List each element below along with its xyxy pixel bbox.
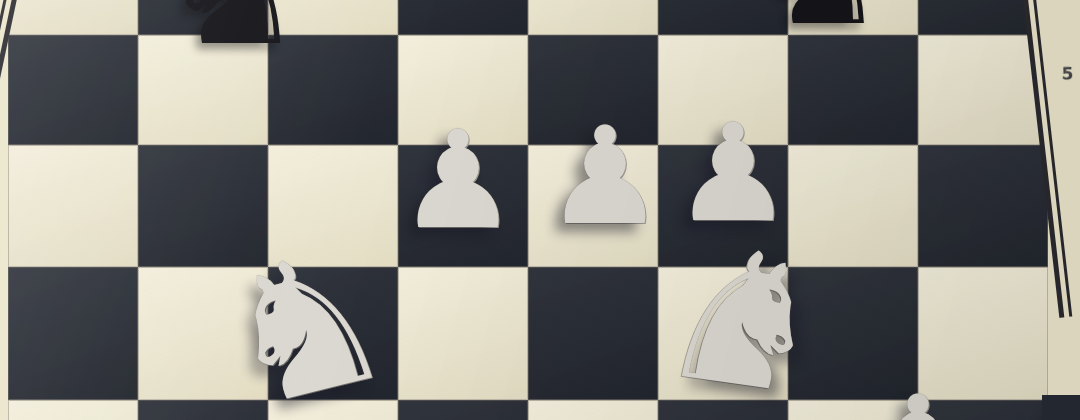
piece-white-pawn-g2[interactable]: ♟	[857, 378, 978, 420]
piece-black-unknown-cut-off-g6[interactable]: ♞	[754, 0, 888, 46]
square-f3[interactable]: ♞	[658, 267, 788, 400]
white-knight-glyph: ♞	[648, 217, 838, 420]
square-e2[interactable]	[528, 400, 658, 420]
square-h4[interactable]	[918, 145, 1048, 267]
square-a3[interactable]	[8, 267, 138, 400]
piece-white-pawn-e4[interactable]: ♟	[544, 109, 665, 244]
square-d3[interactable]	[398, 267, 528, 400]
white-knight-glyph: ♞	[202, 219, 408, 420]
piece-white-knight-c3[interactable]: ♞	[222, 236, 388, 420]
square-e3[interactable]	[528, 267, 658, 400]
square-a4[interactable]	[8, 145, 138, 267]
white-pawn-glyph: ♟	[544, 109, 665, 244]
square-a5[interactable]	[8, 35, 138, 145]
black-unknown-cut-off-glyph: ♞	[159, 0, 307, 69]
square-a6[interactable]	[8, 0, 138, 35]
chessboard-photo: ♞♞♟♟♟♞♞♟♟ 5	[0, 0, 1080, 420]
square-b6[interactable]: ♞	[138, 0, 268, 35]
piece-black-unknown-cut-off-b6[interactable]: ♞	[159, 0, 307, 69]
piece-white-knight-f3[interactable]: ♞	[660, 228, 826, 413]
black-unknown-cut-off-glyph: ♞	[754, 0, 888, 46]
square-d4[interactable]: ♟	[398, 145, 528, 267]
square-d6[interactable]	[398, 0, 528, 35]
square-e4[interactable]: ♟	[528, 145, 658, 267]
chessboard: ♞♞♟♟♟♞♞♟♟	[8, 0, 1048, 420]
white-pawn-glyph: ♟	[397, 113, 518, 248]
white-pawn-glyph: ♟	[857, 378, 978, 420]
rank-label-5: 5	[1062, 63, 1074, 83]
square-e6[interactable]	[528, 0, 658, 35]
piece-white-pawn-d4[interactable]: ♟	[397, 113, 518, 248]
square-h2-edge-continuation	[1042, 395, 1080, 420]
square-g6[interactable]: ♞	[788, 0, 918, 35]
square-d2[interactable]	[398, 400, 528, 420]
square-c3[interactable]: ♞	[268, 267, 398, 400]
square-a2[interactable]	[8, 400, 138, 420]
